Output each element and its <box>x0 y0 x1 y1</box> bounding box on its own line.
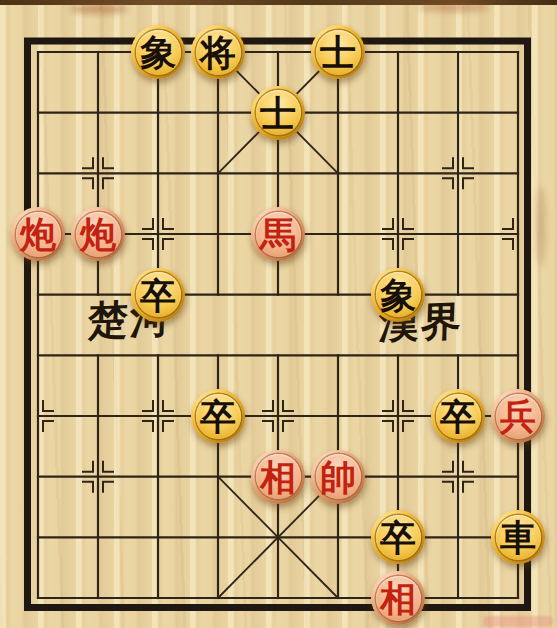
piece-face: 炮 <box>76 212 121 257</box>
piece-face: 卒 <box>136 272 181 317</box>
piece-face: 将 <box>196 30 241 75</box>
piece-face: 相 <box>256 454 301 499</box>
piece-glyph: 相 <box>260 460 296 496</box>
piece-glyph: 兵 <box>500 399 536 435</box>
piece-red-soldier[interactable]: 兵 <box>491 389 545 443</box>
piece-glyph: 将 <box>200 35 236 71</box>
piece-glyph: 卒 <box>200 399 236 435</box>
piece-face: 兵 <box>496 394 541 439</box>
piece-red-horse[interactable]: 馬 <box>251 207 305 261</box>
piece-glyph: 士 <box>260 96 296 132</box>
piece-face: 相 <box>376 576 421 621</box>
piece-face: 卒 <box>436 394 481 439</box>
xiangqi-board-screen: 楚河 漢界 象将士士炮炮馬卒象卒卒兵相帥卒車相 <box>0 0 557 628</box>
piece-glyph: 士 <box>320 35 356 71</box>
piece-glyph: 馬 <box>260 217 296 253</box>
piece-glyph: 帥 <box>320 460 356 496</box>
piece-glyph: 車 <box>500 520 536 556</box>
piece-glyph: 象 <box>380 278 416 314</box>
piece-glyph: 卒 <box>380 520 416 556</box>
piece-face: 象 <box>136 30 181 75</box>
piece-red-elephant[interactable]: 相 <box>371 571 425 625</box>
piece-face: 帥 <box>316 454 361 499</box>
piece-black-elephant[interactable]: 象 <box>371 268 425 322</box>
piece-red-elephant[interactable]: 相 <box>251 450 305 504</box>
piece-glyph: 炮 <box>80 217 116 253</box>
piece-black-advisor[interactable]: 士 <box>311 25 365 79</box>
piece-face: 卒 <box>196 394 241 439</box>
piece-face: 卒 <box>376 515 421 560</box>
piece-black-soldier[interactable]: 卒 <box>191 389 245 443</box>
piece-black-general[interactable]: 将 <box>191 25 245 79</box>
piece-glyph: 象 <box>140 35 176 71</box>
piece-glyph: 相 <box>380 581 416 617</box>
piece-red-cannon[interactable]: 炮 <box>71 207 125 261</box>
piece-face: 士 <box>316 30 361 75</box>
piece-face: 士 <box>256 90 301 135</box>
piece-black-soldier[interactable]: 卒 <box>431 389 485 443</box>
watermark <box>483 616 553 627</box>
piece-face: 車 <box>496 515 541 560</box>
piece-face: 馬 <box>256 212 301 257</box>
pieces-layer: 象将士士炮炮馬卒象卒卒兵相帥卒車相 <box>0 0 557 628</box>
piece-glyph: 炮 <box>20 217 56 253</box>
piece-red-cannon[interactable]: 炮 <box>11 207 65 261</box>
piece-black-soldier[interactable]: 卒 <box>131 268 185 322</box>
piece-black-elephant[interactable]: 象 <box>131 25 185 79</box>
piece-black-chariot[interactable]: 車 <box>491 510 545 564</box>
piece-face: 炮 <box>16 212 61 257</box>
piece-glyph: 卒 <box>140 278 176 314</box>
piece-black-soldier[interactable]: 卒 <box>371 510 425 564</box>
piece-red-general[interactable]: 帥 <box>311 450 365 504</box>
piece-black-advisor[interactable]: 士 <box>251 86 305 140</box>
piece-glyph: 卒 <box>440 399 476 435</box>
piece-face: 象 <box>376 272 421 317</box>
